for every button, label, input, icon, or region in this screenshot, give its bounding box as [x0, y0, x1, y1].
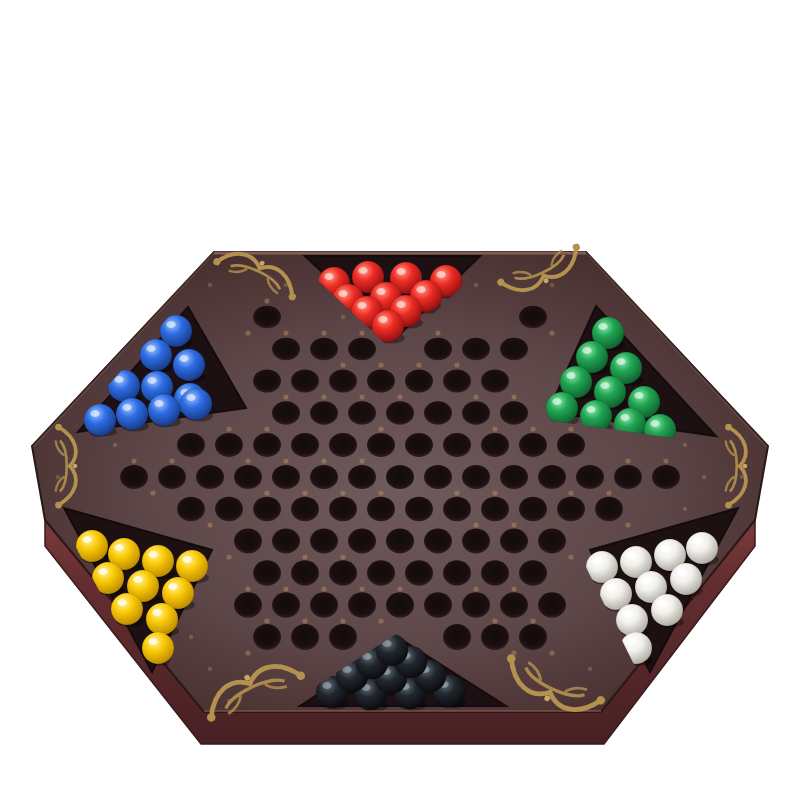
board-hole[interactable]: [253, 560, 281, 585]
board-hole[interactable]: [424, 465, 452, 489]
board-hole[interactable]: [367, 560, 395, 585]
board-hole[interactable]: [424, 529, 452, 554]
yellow-marble[interactable]: [142, 632, 174, 664]
board-hole[interactable]: [367, 369, 395, 392]
board-hole[interactable]: [652, 465, 680, 489]
board-hole[interactable]: [348, 592, 376, 618]
board-hole[interactable]: [424, 592, 452, 618]
board-hole[interactable]: [348, 338, 376, 361]
board-hole[interactable]: [405, 497, 433, 522]
white-marble[interactable]: [686, 532, 718, 564]
board-hole[interactable]: [367, 433, 395, 457]
board-hole[interactable]: [443, 624, 471, 650]
board-hole[interactable]: [462, 401, 490, 424]
board-hole[interactable]: [500, 529, 528, 554]
board-hole[interactable]: [500, 465, 528, 489]
board-hole[interactable]: [329, 433, 357, 457]
board-hole[interactable]: [253, 433, 281, 457]
board-hole[interactable]: [538, 529, 566, 554]
board-hole[interactable]: [329, 624, 357, 650]
board-hole[interactable]: [519, 497, 547, 522]
board-hole[interactable]: [424, 401, 452, 424]
board-hole[interactable]: [538, 592, 566, 618]
blue-marble[interactable]: [180, 388, 212, 420]
board-hole[interactable]: [519, 560, 547, 585]
board-hole[interactable]: [367, 497, 395, 522]
board-hole[interactable]: [519, 306, 547, 328]
board-hole[interactable]: [348, 401, 376, 424]
board-hole[interactable]: [557, 497, 585, 522]
board-hole[interactable]: [310, 465, 338, 489]
yellow-marble[interactable]: [111, 593, 143, 625]
board-hole[interactable]: [462, 338, 490, 361]
board-hole[interactable]: [386, 401, 414, 424]
board-hole[interactable]: [329, 560, 357, 585]
board-hole[interactable]: [310, 401, 338, 424]
board-hole[interactable]: [500, 338, 528, 361]
white-marble[interactable]: [651, 594, 683, 626]
board-hole[interactable]: [234, 465, 262, 489]
board-hole[interactable]: [253, 306, 281, 328]
yellow-marble[interactable]: [146, 603, 178, 635]
board-hole[interactable]: [386, 465, 414, 489]
board-hole[interactable]: [272, 401, 300, 424]
white-marble[interactable]: [616, 604, 648, 636]
board-hole[interactable]: [386, 592, 414, 618]
board-hole[interactable]: [272, 529, 300, 554]
board-hole[interactable]: [462, 465, 490, 489]
board-hole[interactable]: [291, 433, 319, 457]
green-marble[interactable]: [546, 392, 578, 424]
board-hole[interactable]: [519, 433, 547, 457]
board-hole[interactable]: [595, 497, 623, 522]
board-hole[interactable]: [329, 369, 357, 392]
board-hole[interactable]: [234, 592, 262, 618]
board-hole[interactable]: [424, 338, 452, 361]
board-hole[interactable]: [272, 465, 300, 489]
board-hole[interactable]: [291, 369, 319, 392]
board-hole[interactable]: [443, 560, 471, 585]
board-hole[interactable]: [310, 592, 338, 618]
board-hole[interactable]: [500, 592, 528, 618]
blue-marble[interactable]: [84, 404, 116, 436]
board-hole[interactable]: [481, 369, 509, 392]
board-hole[interactable]: [272, 338, 300, 361]
board-hole[interactable]: [310, 338, 338, 361]
board-hole[interactable]: [462, 592, 490, 618]
board-hole[interactable]: [386, 529, 414, 554]
board-hole[interactable]: [291, 560, 319, 585]
board-hole[interactable]: [405, 560, 433, 585]
board-hole[interactable]: [215, 433, 243, 457]
board-hole[interactable]: [614, 465, 642, 489]
board-hole[interactable]: [405, 433, 433, 457]
blue-marble[interactable]: [116, 398, 148, 430]
board-hole[interactable]: [405, 369, 433, 392]
blue-marble[interactable]: [173, 349, 205, 381]
chinese-checkers-board: [0, 0, 800, 800]
board-hole[interactable]: [310, 529, 338, 554]
product-photo-background: [0, 0, 800, 800]
board-hole[interactable]: [538, 465, 566, 489]
board-hole[interactable]: [443, 433, 471, 457]
blue-marble[interactable]: [148, 394, 180, 426]
board-hole[interactable]: [329, 497, 357, 522]
board-hole[interactable]: [576, 465, 604, 489]
board-hole[interactable]: [253, 369, 281, 392]
board-hole[interactable]: [158, 465, 186, 489]
board-hole[interactable]: [120, 465, 148, 489]
board-hole[interactable]: [253, 624, 281, 650]
board-hole[interactable]: [177, 497, 205, 522]
board-hole[interactable]: [481, 624, 509, 650]
board-hole[interactable]: [519, 624, 547, 650]
white-marble[interactable]: [670, 563, 702, 595]
board-hole[interactable]: [348, 465, 376, 489]
board-hole[interactable]: [481, 560, 509, 585]
board-hole[interactable]: [272, 592, 300, 618]
board-hole[interactable]: [443, 497, 471, 522]
board-hole[interactable]: [481, 433, 509, 457]
board-hole[interactable]: [215, 497, 243, 522]
board-hole[interactable]: [462, 529, 490, 554]
board-hole[interactable]: [253, 497, 281, 522]
board-hole[interactable]: [234, 529, 262, 554]
board-hole[interactable]: [443, 369, 471, 392]
board-hole[interactable]: [481, 497, 509, 522]
board-hole[interactable]: [291, 624, 319, 650]
board-hole[interactable]: [291, 497, 319, 522]
board-hole[interactable]: [348, 529, 376, 554]
board-hole[interactable]: [196, 465, 224, 489]
board-hole[interactable]: [500, 401, 528, 424]
board-hole[interactable]: [177, 433, 205, 457]
board-hole[interactable]: [557, 433, 585, 457]
